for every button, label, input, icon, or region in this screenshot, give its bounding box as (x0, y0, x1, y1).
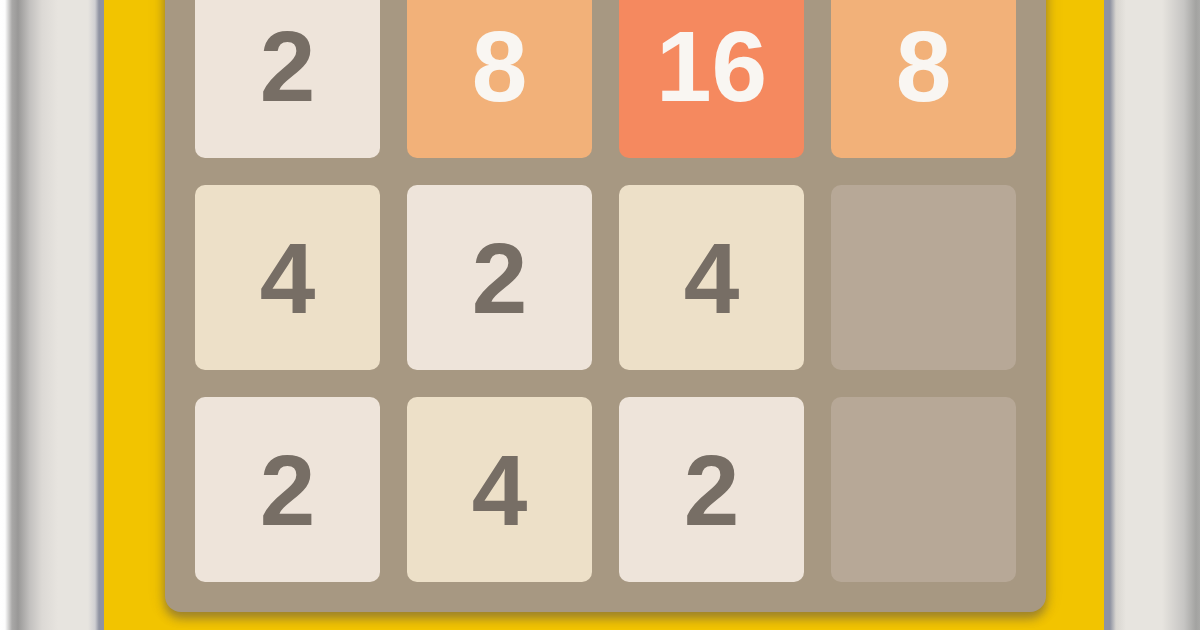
tile-16: 16 (619, 0, 804, 158)
page-right-margin (1104, 0, 1200, 630)
page-left-margin (0, 0, 104, 630)
tile-8: 8 (407, 0, 592, 158)
game-frame: 28168424242 (100, 0, 1110, 630)
empty-cell (831, 185, 1016, 370)
tile-8: 8 (831, 0, 1016, 158)
tile-2: 2 (195, 0, 380, 158)
page: 28168424242 (0, 0, 1200, 630)
game-board: 28168424242 (165, 0, 1046, 612)
tile-2: 2 (195, 397, 380, 582)
tile-2: 2 (407, 185, 592, 370)
tile-4: 4 (195, 185, 380, 370)
tile-4: 4 (619, 185, 804, 370)
empty-cell (831, 397, 1016, 582)
tile-2: 2 (619, 397, 804, 582)
tile-4: 4 (407, 397, 592, 582)
